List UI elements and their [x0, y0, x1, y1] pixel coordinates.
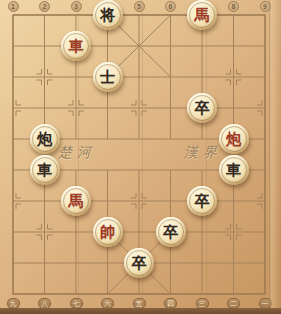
- piece-character: 炮: [219, 124, 249, 154]
- piece-black-chariot[interactable]: 車: [219, 155, 249, 185]
- column-label-top-2: 2: [39, 1, 50, 12]
- piece-red-chariot[interactable]: 車: [61, 31, 91, 61]
- xiangqi-board: 楚河 漢界 1 2 3 4 5 6 7 8 9 九 八 七 六 五 四 三 二 …: [0, 0, 281, 314]
- column-label-top-5: 5: [134, 1, 145, 12]
- board-edge-bottom: [0, 308, 281, 314]
- piece-black-general[interactable]: 将: [93, 0, 123, 30]
- piece-red-horse[interactable]: 馬: [187, 0, 217, 30]
- piece-black-advisor[interactable]: 士: [93, 62, 123, 92]
- piece-black-soldier[interactable]: 卒: [124, 248, 154, 278]
- piece-black-soldier[interactable]: 卒: [187, 186, 217, 216]
- column-label-top-8: 8: [228, 1, 239, 12]
- piece-black-chariot[interactable]: 車: [30, 155, 60, 185]
- piece-red-horse[interactable]: 馬: [61, 186, 91, 216]
- piece-red-cannon[interactable]: 炮: [219, 124, 249, 154]
- piece-character: 卒: [124, 248, 154, 278]
- piece-character: 車: [30, 155, 60, 185]
- river-label-hanjie: 漢界: [184, 144, 222, 162]
- piece-character: 卒: [187, 93, 217, 123]
- piece-character: 将: [93, 0, 123, 30]
- piece-black-cannon[interactable]: 炮: [30, 124, 60, 154]
- piece-black-soldier[interactable]: 卒: [187, 93, 217, 123]
- column-label-top-6: 6: [165, 1, 176, 12]
- column-label-top-1: 1: [8, 1, 19, 12]
- piece-character: 車: [61, 31, 91, 61]
- piece-character: 士: [93, 62, 123, 92]
- piece-character: 馬: [61, 186, 91, 216]
- river-label-chuhe: 楚河: [58, 144, 96, 162]
- piece-character: 帥: [93, 217, 123, 247]
- piece-character: 炮: [30, 124, 60, 154]
- column-label-top-3: 3: [71, 1, 82, 12]
- piece-character: 車: [219, 155, 249, 185]
- piece-red-general[interactable]: 帥: [93, 217, 123, 247]
- piece-character: 馬: [187, 0, 217, 30]
- board-edge-right: [269, 0, 281, 314]
- piece-black-soldier[interactable]: 卒: [156, 217, 186, 247]
- piece-character: 卒: [187, 186, 217, 216]
- piece-character: 卒: [156, 217, 186, 247]
